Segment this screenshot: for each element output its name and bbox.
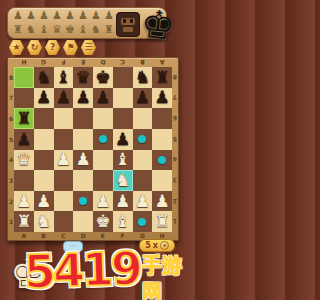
square-f1[interactable]: ♝ — [113, 211, 133, 232]
tray-piece-icon: ♚ — [64, 23, 76, 37]
square-g7[interactable]: ♟ — [133, 88, 153, 109]
file-label: C — [113, 59, 133, 66]
move-hint-dot-g1[interactable] — [138, 218, 146, 226]
square-d6[interactable] — [73, 108, 93, 129]
square-b6[interactable] — [34, 108, 54, 129]
square-a1[interactable]: ♜ — [14, 211, 34, 232]
white-pawn-h2[interactable]: ♟ — [155, 193, 170, 210]
square-h1[interactable]: ♜ — [152, 211, 172, 232]
board-squares: ♞♝♛♚♞♜♟♟♟♟♟♟♜♟♟♛♟♟♝♞♟♟♟♟♟♟♜♞♚♝♜ — [14, 67, 172, 232]
square-d8[interactable]: ♛ — [73, 67, 93, 88]
tray-pawn-icon: ♟ — [38, 9, 50, 23]
move-hint-dot-h4[interactable] — [158, 156, 166, 164]
tray-pawn-icon: ♟ — [64, 9, 76, 23]
square-e6[interactable] — [93, 108, 113, 129]
black-pawn-e7[interactable]: ♟ — [95, 89, 110, 106]
flag-button[interactable]: ⚑ — [63, 40, 78, 55]
undo-button[interactable]: ↻ — [27, 40, 42, 55]
square-c2[interactable] — [54, 191, 74, 212]
square-b3[interactable] — [34, 170, 54, 191]
white-pawn-c4[interactable]: ♟ — [56, 151, 71, 168]
square-g5[interactable] — [133, 129, 153, 150]
tray-piece-icon: ♜ — [103, 23, 115, 37]
square-a5[interactable]: ♟ — [14, 129, 34, 150]
black-rook-h8[interactable]: ♜ — [155, 69, 170, 86]
menu-button[interactable]: ☰ — [81, 40, 96, 55]
square-c3[interactable] — [54, 170, 74, 191]
black-pawn-b7[interactable]: ♟ — [36, 89, 51, 106]
square-e5[interactable] — [93, 129, 113, 150]
file-label: F — [54, 59, 74, 66]
tray-pawn-icon: ♟ — [77, 9, 89, 23]
white-pawn-e2[interactable]: ♟ — [95, 193, 110, 210]
file-label: E — [93, 232, 113, 239]
watermark-site-name: 手游网 — [142, 252, 185, 300]
watermark-number: 5419 — [23, 242, 141, 298]
tray-pawn-icon: ♟ — [90, 9, 102, 23]
square-c7[interactable]: ♟ — [54, 88, 74, 109]
square-b2[interactable]: ♟ — [34, 191, 54, 212]
action-button-row: ★↻?⚑☰ — [9, 40, 96, 55]
tray-piece-icon: ♜ — [12, 23, 24, 37]
file-label: B — [133, 59, 153, 66]
move-hint-dot-g5[interactable] — [138, 135, 146, 143]
square-b7[interactable]: ♟ — [34, 88, 54, 109]
square-b4[interactable] — [34, 150, 54, 171]
file-label: H — [14, 59, 34, 66]
black-queen-d8[interactable]: ♛ — [76, 69, 91, 86]
rank-label: 1 — [172, 211, 178, 232]
rank-label: 6 — [172, 108, 178, 129]
square-a3[interactable] — [14, 170, 34, 191]
file-label: A — [14, 232, 34, 239]
black-pawn-g7[interactable]: ♟ — [135, 89, 150, 106]
square-b1[interactable]: ♞ — [34, 211, 54, 232]
square-b5[interactable] — [34, 129, 54, 150]
square-g6[interactable] — [133, 108, 153, 129]
settings-button[interactable]: ★ — [9, 40, 24, 55]
square-f3[interactable]: ♞ — [113, 170, 133, 191]
white-queen-a4[interactable]: ♛ — [16, 151, 31, 168]
tray-piece-icon: ♛ — [51, 23, 63, 37]
square-g3[interactable] — [133, 170, 153, 191]
rank-label: 2 — [172, 191, 178, 212]
tray-pawn-icon: ♟ — [103, 9, 115, 23]
black-pawn-d7[interactable]: ♟ — [76, 89, 91, 106]
square-e4[interactable] — [93, 150, 113, 171]
black-pawn-c7[interactable]: ♟ — [56, 89, 71, 106]
white-pawn-b2[interactable]: ♟ — [36, 193, 51, 210]
square-d1[interactable] — [73, 211, 93, 232]
square-e8[interactable]: ♚ — [93, 67, 113, 88]
square-e3[interactable] — [93, 170, 113, 191]
square-h3[interactable] — [152, 170, 172, 191]
file-labels-top: ABCDEFGH — [14, 59, 172, 66]
square-h2[interactable]: ♟ — [152, 191, 172, 212]
tray-pawn-icon: ♟ — [25, 9, 37, 23]
file-label: A — [152, 59, 172, 66]
opponent-captured-tray: ♟♟♟♟♟♟♟♟ ♜♞♝♛♚♝♞♜ ♚ — [7, 7, 167, 39]
square-f8[interactable] — [113, 67, 133, 88]
file-label: C — [54, 232, 74, 239]
square-a6[interactable]: ♜ — [14, 108, 34, 129]
square-c1[interactable] — [54, 211, 74, 232]
tray-piece-icon: ♝ — [38, 23, 50, 37]
white-bishop-f4[interactable]: ♝ — [115, 151, 130, 168]
black-knight-g8[interactable]: ♞ — [135, 69, 150, 86]
white-king-e1[interactable]: ♚ — [95, 213, 110, 230]
square-d3[interactable] — [73, 170, 93, 191]
tray-pawn-icon: ♟ — [12, 9, 24, 23]
opponent-black-king-icon: ♚ — [139, 0, 178, 49]
white-pawn-g2[interactable]: ♟ — [135, 193, 150, 210]
tray-piece-icon: ♞ — [25, 23, 37, 37]
square-g8[interactable]: ♞ — [133, 67, 153, 88]
white-pawn-f2[interactable]: ♟ — [115, 193, 130, 210]
file-label: G — [133, 232, 153, 239]
square-a4[interactable]: ♛ — [14, 150, 34, 171]
square-c5[interactable] — [54, 129, 74, 150]
square-g4[interactable] — [133, 150, 153, 171]
white-rook-a1[interactable]: ♜ — [16, 213, 31, 230]
file-label: D — [73, 232, 93, 239]
black-pawn-f5[interactable]: ♟ — [115, 131, 130, 148]
file-labels-bottom: ABCDEFGH — [14, 232, 172, 239]
rank-label: 7 — [172, 88, 178, 109]
square-e2[interactable]: ♟ — [93, 191, 113, 212]
square-c6[interactable] — [54, 108, 74, 129]
square-h8[interactable]: ♜ — [152, 67, 172, 88]
tray-piece-icon: ♝ — [77, 23, 89, 37]
rank-label: 4 — [172, 150, 178, 171]
square-a2[interactable]: ♟ — [14, 191, 34, 212]
white-rook-h1[interactable]: ♜ — [155, 213, 170, 230]
black-pawn-a5[interactable]: ♟ — [16, 131, 31, 148]
square-f2[interactable]: ♟ — [113, 191, 133, 212]
square-g2[interactable]: ♟ — [133, 191, 153, 212]
black-rook-a6[interactable]: ♜ — [16, 110, 31, 127]
square-d7[interactable]: ♟ — [73, 88, 93, 109]
black-pawn-h7[interactable]: ♟ — [155, 89, 170, 106]
square-d2[interactable] — [73, 191, 93, 212]
rank-label: 5 — [172, 129, 178, 150]
move-hint-dot-e5[interactable] — [99, 135, 107, 143]
square-g1[interactable] — [133, 211, 153, 232]
file-label: D — [93, 59, 113, 66]
square-h6[interactable] — [152, 108, 172, 129]
move-hint-dot-d2[interactable] — [79, 197, 87, 205]
rank-labels-right: 12345678 — [172, 67, 178, 232]
square-e1[interactable]: ♚ — [93, 211, 113, 232]
white-pawn-d4[interactable]: ♟ — [76, 151, 91, 168]
opponent-robot-avatar-icon — [116, 12, 140, 37]
file-label: G — [34, 59, 54, 66]
square-d5[interactable] — [73, 129, 93, 150]
rank-label: 8 — [172, 67, 178, 88]
square-a7[interactable] — [14, 88, 34, 109]
square-h5[interactable] — [152, 129, 172, 150]
square-f4[interactable]: ♝ — [113, 150, 133, 171]
square-b8[interactable]: ♞ — [34, 67, 54, 88]
hint-button[interactable]: ? — [45, 40, 60, 55]
square-h4[interactable] — [152, 150, 172, 171]
white-knight-f3[interactable]: ♞ — [115, 172, 130, 189]
file-label: B — [34, 232, 54, 239]
white-pawn-a2[interactable]: ♟ — [16, 193, 31, 210]
file-label: E — [73, 59, 93, 66]
black-king-e8[interactable]: ♚ — [95, 69, 110, 86]
tray-pawn-icon: ♟ — [51, 9, 63, 23]
square-f6[interactable] — [113, 108, 133, 129]
white-knight-b1[interactable]: ♞ — [36, 213, 51, 230]
watermark: 5419 手游网 .com.cn — [24, 244, 185, 300]
file-label: H — [152, 232, 172, 239]
square-d4[interactable]: ♟ — [73, 150, 93, 171]
square-c4[interactable]: ♟ — [54, 150, 74, 171]
black-bishop-c8[interactable]: ♝ — [56, 69, 71, 86]
square-f5[interactable]: ♟ — [113, 129, 133, 150]
black-knight-b8[interactable]: ♞ — [36, 69, 51, 86]
chess-board: ABCDEFGH ABCDEFGH 87654321 12345678 ♞♝♛♚… — [7, 57, 179, 241]
rank-label: 3 — [172, 170, 178, 191]
file-label: F — [113, 232, 133, 239]
square-e7[interactable]: ♟ — [93, 88, 113, 109]
tray-piece-icon: ♞ — [90, 23, 102, 37]
square-f7[interactable] — [113, 88, 133, 109]
white-bishop-f1[interactable]: ♝ — [115, 213, 130, 230]
square-h7[interactable]: ♟ — [152, 88, 172, 109]
square-a8[interactable] — [14, 67, 34, 88]
square-c8[interactable]: ♝ — [54, 67, 74, 88]
